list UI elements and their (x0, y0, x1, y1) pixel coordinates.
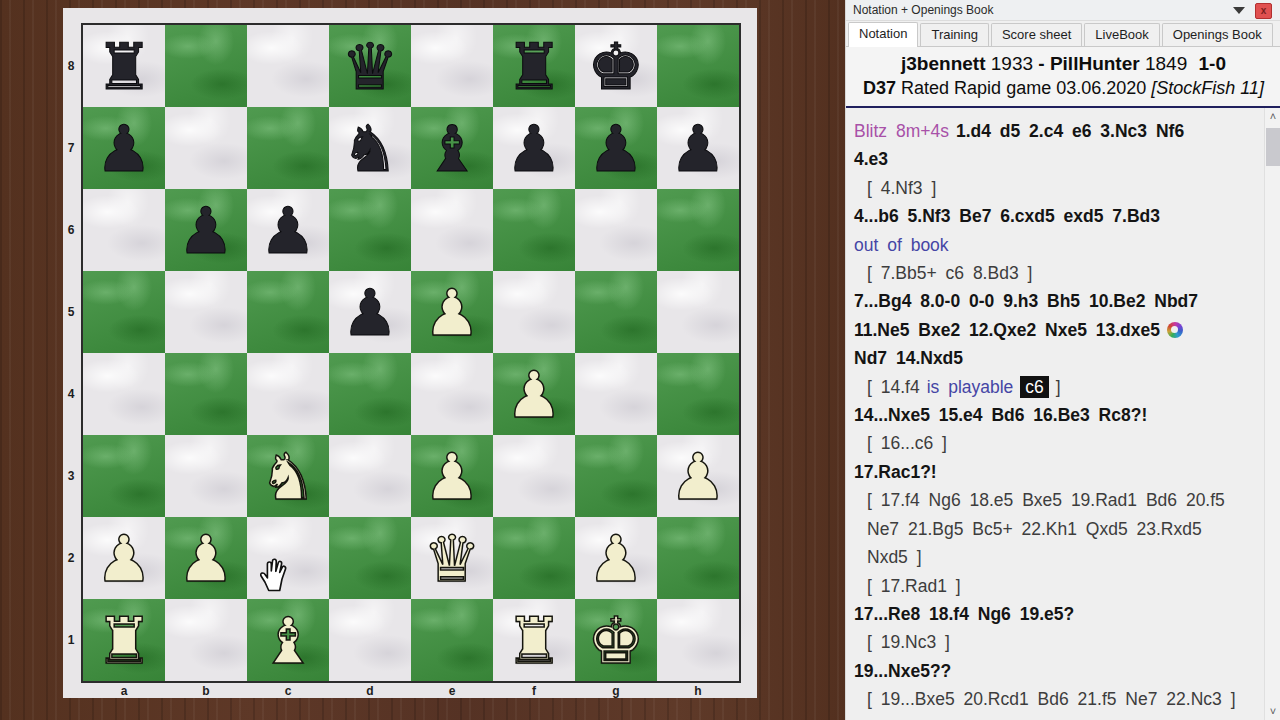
square-g8[interactable]: ♚ (575, 25, 657, 107)
square-g3[interactable] (575, 435, 657, 517)
square-c6[interactable]: ♟ (247, 189, 329, 271)
piece-wB-c1[interactable]: ♝ (247, 599, 329, 681)
black-player-elo: 1849 (1145, 53, 1187, 74)
notation-line[interactable]: 11.Ne5 Bxe2 12.Qxe2 Nxe5 13.dxe5 (854, 316, 1264, 344)
file-label-g: g (575, 684, 657, 698)
notation-line[interactable]: [ 17.f4 Ng6 18.e5 Bxe5 19.Rad1 Bd6 20.f5 (854, 486, 1264, 514)
piece-bQ-d8[interactable]: ♛ (329, 25, 411, 107)
notation-line[interactable]: Blitz 8m+4s1.d4 d5 2.c4 e6 3.Nc3 Nf6 (854, 117, 1264, 145)
square-e6[interactable] (411, 189, 493, 271)
move-text[interactable]: 19...Nxe5?? (854, 661, 951, 681)
notation-line[interactable]: [ 17.Rad1 ] (854, 572, 1264, 600)
square-d8[interactable]: ♛ (329, 25, 411, 107)
move-text[interactable]: [ 4.Nf3 ] (867, 178, 936, 198)
rank-label-1: 1 (65, 599, 77, 681)
move-text[interactable]: [ 17.f4 Ng6 18.e5 Bxe5 19.Rad1 Bd6 20.f5 (867, 490, 1225, 510)
file-label-b: b (165, 684, 247, 698)
move-text[interactable]: 11.Ne5 Bxe2 12.Qxe2 Nxe5 13.dxe5 (854, 320, 1160, 340)
square-e3[interactable]: ♟ (411, 435, 493, 517)
chevron-down-icon[interactable] (1233, 7, 1245, 14)
square-g5[interactable] (575, 271, 657, 353)
rank-label-6: 6 (65, 189, 77, 271)
piece-wP-g2[interactable]: ♟ (575, 517, 657, 599)
piece-wP-b2[interactable]: ♟ (165, 517, 247, 599)
move-text[interactable]: Nd7 14.Nxd5 (854, 348, 963, 368)
move-text[interactable]: 4.e3 (854, 149, 888, 169)
piece-wP-f4[interactable]: ♟ (493, 353, 575, 435)
eco-code: D37 (863, 78, 896, 98)
notation-scrollbar[interactable]: ˄ ˅ (1264, 108, 1280, 720)
piece-bP-g7[interactable]: ♟ (575, 107, 657, 189)
move-text[interactable]: Blitz 8m+4s (854, 121, 949, 141)
notation-line[interactable]: [ 14.f4is playablec6] (854, 373, 1264, 401)
file-label-e: e (411, 684, 493, 698)
square-h3[interactable]: ♟ (657, 435, 739, 517)
file-label-a: a (83, 684, 165, 698)
piece-wP-e5[interactable]: ♟ (411, 271, 493, 353)
notation-line[interactable]: Nxd5 ] (854, 543, 1264, 571)
piece-wQ-e2[interactable]: ♛ (411, 517, 493, 599)
square-e7[interactable]: ♝ (411, 107, 493, 189)
rank-label-4: 4 (65, 353, 77, 435)
move-text[interactable]: 14...Nxe5 15.e4 Bd6 16.Be3 Rc8?! (854, 405, 1147, 425)
square-g2[interactable]: ♟ (575, 517, 657, 599)
board-panel: ♜♛♜♚♟♞♝♟♟♟♟♟♟♟♟♞♟♟♟♟♛♟♜♝♜♚ 87654321 abcd… (63, 8, 757, 698)
piece-bK-g8[interactable]: ♚ (575, 25, 657, 107)
square-b6[interactable]: ♟ (165, 189, 247, 271)
square-b1[interactable] (165, 599, 247, 681)
square-d1[interactable] (329, 599, 411, 681)
square-c1[interactable]: ♝ (247, 599, 329, 681)
event-name: Rated Rapid game 03.06.2020 (901, 78, 1146, 98)
square-f7[interactable]: ♟ (493, 107, 575, 189)
notation-line[interactable]: 14...Nxe5 15.e4 Bd6 16.Be3 Rc8?! (854, 401, 1264, 429)
square-b7[interactable] (165, 107, 247, 189)
notation-line[interactable]: 17.Rac1?! (854, 458, 1264, 486)
notation-line[interactable]: [ 16...c6 ] (854, 429, 1264, 457)
square-g1[interactable]: ♚ (575, 599, 657, 681)
move-text[interactable]: [ 14.f4 (867, 377, 920, 397)
move-text[interactable]: [ 19...Bxe5 20.Rcd1 Bd6 21.f5 Ne7 22.Nc3… (867, 689, 1236, 709)
piece-bP-h7[interactable]: ♟ (657, 107, 739, 189)
square-a1[interactable]: ♜ (83, 599, 165, 681)
notation-line[interactable]: Nd7 14.Nxd5 (854, 344, 1264, 372)
move-text[interactable]: 17.Rac1?! (854, 462, 937, 482)
square-c4[interactable] (247, 353, 329, 435)
app-window: ♜♛♜♚♟♞♝♟♟♟♟♟♟♟♟♞♟♟♟♟♛♟♜♝♜♚ 87654321 abcd… (0, 0, 1280, 720)
tab-openings-book[interactable]: Openings Book (1162, 23, 1273, 46)
square-a8[interactable]: ♜ (83, 25, 165, 107)
game-header: j3bennett 1933 - PillHunter 1849 1-0 D37… (846, 47, 1280, 106)
square-e8[interactable] (411, 25, 493, 107)
square-d7[interactable]: ♞ (329, 107, 411, 189)
scroll-up-icon[interactable]: ˄ (1265, 108, 1280, 125)
rank-label-8: 8 (65, 25, 77, 107)
file-label-f: f (493, 684, 575, 698)
piece-wP-a2[interactable]: ♟ (83, 517, 165, 599)
piece-bP-d5[interactable]: ♟ (329, 271, 411, 353)
tab-livebook[interactable]: LiveBook (1084, 23, 1159, 46)
square-b5[interactable] (165, 271, 247, 353)
square-h7[interactable]: ♟ (657, 107, 739, 189)
piece-bN-d7[interactable]: ♞ (329, 107, 411, 189)
notation-line[interactable]: out of book (854, 231, 1264, 259)
square-c3[interactable]: ♞ (247, 435, 329, 517)
square-f8[interactable]: ♜ (493, 25, 575, 107)
move-text[interactable]: Nxd5 ] (867, 547, 922, 567)
move-text[interactable]: 4...b6 5.Nf3 Be7 6.cxd5 exd5 7.Bd3 (854, 206, 1160, 226)
move-text[interactable]: is playable (927, 377, 1014, 397)
move-text[interactable]: Ne7 21.Bg5 Bc5+ 22.Kh1 Qxd5 23.Rxd5 (867, 519, 1202, 539)
square-c8[interactable] (247, 25, 329, 107)
square-a5[interactable] (83, 271, 165, 353)
square-d4[interactable] (329, 353, 411, 435)
panel-title: Notation + Openings Book (853, 3, 993, 17)
square-g7[interactable]: ♟ (575, 107, 657, 189)
square-c7[interactable] (247, 107, 329, 189)
piece-wN-c3[interactable]: ♞ (247, 435, 329, 517)
selected-move[interactable]: c6 (1020, 376, 1048, 398)
piece-bP-b6[interactable]: ♟ (165, 189, 247, 271)
rank-label-7: 7 (65, 107, 77, 189)
piece-wP-e3[interactable]: ♟ (411, 435, 493, 517)
move-text[interactable]: 1.d4 d5 2.c4 e6 3.Nc3 Nf6 (956, 121, 1184, 141)
rank-label-2: 2 (65, 517, 77, 599)
piece-bP-f7[interactable]: ♟ (493, 107, 575, 189)
square-e4[interactable] (411, 353, 493, 435)
engine-name: [StockFish 11] (1151, 78, 1264, 98)
square-f6[interactable] (493, 189, 575, 271)
tab-score-sheet[interactable]: Score sheet (991, 23, 1082, 46)
square-h2[interactable] (657, 517, 739, 599)
move-text[interactable]: 7...Bg4 8.0-0 0-0 9.h3 Bh5 10.Be2 Nbd7 (854, 291, 1198, 311)
piece-wP-h3[interactable]: ♟ (657, 435, 739, 517)
piece-bP-a7[interactable]: ♟ (83, 107, 165, 189)
square-h6[interactable] (657, 189, 739, 271)
notation-line[interactable]: Ne7 21.Bg5 Bc5+ 22.Kh1 Qxd5 23.Rxd5 (854, 515, 1264, 543)
black-player-name: PillHunter (1050, 53, 1140, 74)
notation-line[interactable]: 4.e3 (854, 145, 1264, 173)
square-h5[interactable] (657, 271, 739, 353)
file-label-c: c (247, 684, 329, 698)
square-g6[interactable] (575, 189, 657, 271)
piece-bR-a8[interactable]: ♜ (83, 25, 165, 107)
square-f4[interactable]: ♟ (493, 353, 575, 435)
notation-line[interactable]: [ 19.Nc3 ] (854, 628, 1264, 656)
notation-line[interactable]: 4...b6 5.Nf3 Be7 6.cxd5 exd5 7.Bd3 (854, 202, 1264, 230)
notation-panel: Notation + Openings Book x NotationTrain… (845, 0, 1280, 720)
square-d5[interactable]: ♟ (329, 271, 411, 353)
square-b8[interactable] (165, 25, 247, 107)
notation-line[interactable]: [ 4.Nf3 ] (854, 174, 1264, 202)
move-text[interactable]: [ 7.Bb5+ c6 8.Bd3 ] (867, 263, 1032, 283)
tab-notation[interactable]: Notation (848, 22, 918, 47)
notation-line[interactable]: 19...Nxe5?? (854, 657, 1264, 685)
square-b2[interactable]: ♟ (165, 517, 247, 599)
rank-label-5: 5 (65, 271, 77, 353)
piece-bP-c6[interactable]: ♟ (247, 189, 329, 271)
square-f2[interactable] (493, 517, 575, 599)
square-a4[interactable] (83, 353, 165, 435)
square-e1[interactable] (411, 599, 493, 681)
close-icon[interactable]: x (1255, 3, 1272, 19)
square-g4[interactable] (575, 353, 657, 435)
file-label-h: h (657, 684, 739, 698)
move-text[interactable]: ] (1056, 377, 1061, 397)
notation-text[interactable]: Blitz 8m+4s1.d4 d5 2.c4 e6 3.Nc3 Nf64.e3… (846, 108, 1264, 720)
square-e2[interactable]: ♛ (411, 517, 493, 599)
piece-bR-f8[interactable]: ♜ (493, 25, 575, 107)
tab-bar: NotationTrainingScore sheetLiveBookOpeni… (846, 21, 1280, 47)
scroll-down-icon[interactable]: ˅ (1265, 703, 1280, 720)
square-a6[interactable] (83, 189, 165, 271)
square-d6[interactable] (329, 189, 411, 271)
notation-line[interactable]: [ 19...Bxe5 20.Rcd1 Bd6 21.f5 Ne7 22.Nc3… (854, 685, 1264, 713)
move-text[interactable]: [ 17.Rad1 ] (867, 576, 961, 596)
players-dash: - (1038, 53, 1044, 74)
notation-line[interactable]: 7...Bg4 8.0-0 0-0 9.h3 Bh5 10.Be2 Nbd7 (854, 287, 1264, 315)
notation-line[interactable]: [ 7.Bb5+ c6 8.Bd3 ] (854, 259, 1264, 287)
move-text[interactable]: [ 19.Nc3 ] (867, 632, 950, 652)
square-c5[interactable] (247, 271, 329, 353)
square-b4[interactable] (165, 353, 247, 435)
square-f3[interactable] (493, 435, 575, 517)
piece-wR-a1[interactable]: ♜ (83, 599, 165, 681)
square-a7[interactable]: ♟ (83, 107, 165, 189)
move-text[interactable]: 17...Re8 18.f4 Ng6 19.e5? (854, 604, 1074, 624)
move-text[interactable]: out of book (854, 235, 949, 255)
piece-bB-e7[interactable]: ♝ (411, 107, 493, 189)
file-label-d: d (329, 684, 411, 698)
square-f1[interactable]: ♜ (493, 599, 575, 681)
panel-titlebar[interactable]: Notation + Openings Book x (846, 0, 1280, 21)
chess-board[interactable]: ♜♛♜♚♟♞♝♟♟♟♟♟♟♟♟♞♟♟♟♟♛♟♜♝♜♚ (81, 23, 741, 683)
square-a3[interactable] (83, 435, 165, 517)
event-line: D37 Rated Rapid game 03.06.2020 [StockFi… (846, 78, 1280, 99)
square-h8[interactable] (657, 25, 739, 107)
square-e5[interactable]: ♟ (411, 271, 493, 353)
rank-label-3: 3 (65, 435, 77, 517)
square-d3[interactable] (329, 435, 411, 517)
tab-training[interactable]: Training (920, 23, 988, 46)
hand-cursor-icon (256, 554, 292, 594)
piece-wR-f1[interactable]: ♜ (493, 599, 575, 681)
square-b3[interactable] (165, 435, 247, 517)
players-line: j3bennett 1933 - PillHunter 1849 1-0 (846, 53, 1280, 75)
scrollbar-thumb[interactable] (1266, 128, 1280, 166)
square-h1[interactable] (657, 599, 739, 681)
white-player-name: j3bennett (901, 53, 985, 74)
game-result: 1-0 (1199, 53, 1226, 74)
move-text[interactable]: [ 16...c6 ] (867, 433, 947, 453)
square-d2[interactable] (329, 517, 411, 599)
livebook-ring-icon[interactable] (1167, 322, 1183, 338)
notation-line[interactable]: 17...Re8 18.f4 Ng6 19.e5? (854, 600, 1264, 628)
white-player-elo: 1933 (991, 53, 1033, 74)
square-a2[interactable]: ♟ (83, 517, 165, 599)
piece-wK-g1[interactable]: ♚ (575, 599, 657, 681)
square-f5[interactable] (493, 271, 575, 353)
square-h4[interactable] (657, 353, 739, 435)
